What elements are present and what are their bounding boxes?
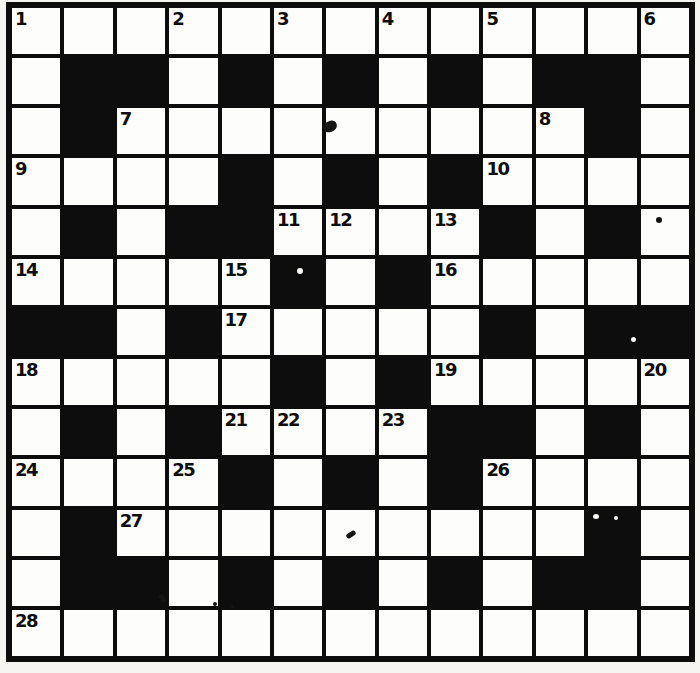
blocked-cell-r8c6: [274, 359, 322, 405]
blocked-cell-r12c9: [431, 560, 479, 606]
clue-number-24: 24: [15, 459, 37, 481]
cell-r8c1[interactable]: 18: [12, 359, 60, 405]
cell-r5c8[interactable]: [379, 209, 427, 255]
cell-r6c13[interactable]: [641, 259, 689, 305]
cell-r7c6[interactable]: [274, 309, 322, 355]
cell-r6c11[interactable]: [536, 259, 584, 305]
blocked-cell-r8c8: [379, 359, 427, 405]
cell-r13c2[interactable]: [64, 610, 112, 656]
blocked-cell-r9c4: [169, 409, 217, 455]
blocked-cell-r7c1: [12, 309, 60, 355]
blocked-cell-r7c12: [588, 309, 636, 355]
cell-r13c8[interactable]: [379, 610, 427, 656]
blocked-cell-r9c9: [431, 409, 479, 455]
clue-number-22: 22: [277, 409, 299, 431]
cell-r13c13[interactable]: [641, 610, 689, 656]
cell-r7c7[interactable]: [326, 309, 374, 355]
cell-r9c6[interactable]: 22: [274, 409, 322, 455]
clue-number-5: 5: [486, 8, 497, 30]
blocked-cell-r12c5: [222, 560, 270, 606]
cell-r8c2[interactable]: [64, 359, 112, 405]
blocked-cell-r4c5: [222, 158, 270, 204]
cell-r8c13[interactable]: 20: [641, 359, 689, 405]
cell-r11c1[interactable]: [12, 510, 60, 556]
clue-number-23: 23: [382, 409, 404, 431]
cell-r1c10[interactable]: 5: [483, 8, 531, 54]
clue-number-17: 17: [225, 309, 247, 331]
cell-r4c6[interactable]: [274, 158, 322, 204]
blocked-cell-r7c13: [641, 309, 689, 355]
cell-r12c6[interactable]: [274, 560, 322, 606]
clue-number-21: 21: [225, 409, 247, 431]
cell-r9c3[interactable]: [117, 409, 165, 455]
scanned-crossword-page: 1234567891011121314151617181920212223242…: [0, 0, 700, 673]
cell-r13c6[interactable]: [274, 610, 322, 656]
blocked-cell-r2c3: [117, 58, 165, 104]
blocked-cell-r5c5: [222, 209, 270, 255]
clue-number-12: 12: [329, 209, 351, 231]
cell-r10c11[interactable]: [536, 459, 584, 505]
clue-number-6: 6: [644, 8, 655, 30]
cell-r7c3[interactable]: [117, 309, 165, 355]
cell-r8c9[interactable]: 19: [431, 359, 479, 405]
cell-r13c10[interactable]: [483, 610, 531, 656]
cell-r7c11[interactable]: [536, 309, 584, 355]
cell-r2c8[interactable]: [379, 58, 427, 104]
cell-r10c1[interactable]: 24: [12, 459, 60, 505]
cell-r6c1[interactable]: 14: [12, 259, 60, 305]
cell-r1c6[interactable]: 3: [274, 8, 322, 54]
cell-r5c13[interactable]: [641, 209, 689, 255]
cell-r4c2[interactable]: [64, 158, 112, 204]
cell-r11c11[interactable]: [536, 510, 584, 556]
cell-r4c11[interactable]: [536, 158, 584, 204]
cell-r1c11[interactable]: [536, 8, 584, 54]
cell-r4c3[interactable]: [117, 158, 165, 204]
cell-r1c12[interactable]: [588, 8, 636, 54]
clue-number-11: 11: [277, 209, 299, 231]
cell-r6c3[interactable]: [117, 259, 165, 305]
cell-r7c9[interactable]: [431, 309, 479, 355]
blocked-cell-r12c11: [536, 560, 584, 606]
blocked-cell-r11c2: [64, 510, 112, 556]
cell-r1c8[interactable]: 4: [379, 8, 427, 54]
cell-r11c10[interactable]: [483, 510, 531, 556]
cell-r3c6[interactable]: [274, 108, 322, 154]
cell-r4c8[interactable]: [379, 158, 427, 204]
cell-r6c5[interactable]: 15: [222, 259, 270, 305]
cell-r8c11[interactable]: [536, 359, 584, 405]
blocked-cell-r9c12: [588, 409, 636, 455]
cell-r2c13[interactable]: [641, 58, 689, 104]
cell-r13c3[interactable]: [117, 610, 165, 656]
cell-r11c6[interactable]: [274, 510, 322, 556]
cell-r9c13[interactable]: [641, 409, 689, 455]
blocked-cell-r5c12: [588, 209, 636, 255]
cell-r8c3[interactable]: [117, 359, 165, 405]
cell-r8c10[interactable]: [483, 359, 531, 405]
cell-r11c9[interactable]: [431, 510, 479, 556]
cell-r4c10[interactable]: 10: [483, 158, 531, 204]
clue-number-4: 4: [382, 8, 393, 30]
blocked-cell-r10c9: [431, 459, 479, 505]
clue-number-25: 25: [172, 459, 194, 481]
cell-r1c4[interactable]: 2: [169, 8, 217, 54]
clue-number-7: 7: [120, 108, 131, 130]
cell-r1c13[interactable]: 6: [641, 8, 689, 54]
blocked-cell-r4c7: [326, 158, 374, 204]
clue-number-26: 26: [486, 459, 508, 481]
cell-r10c12[interactable]: [588, 459, 636, 505]
cell-r11c5[interactable]: [222, 510, 270, 556]
cell-r9c5[interactable]: 21: [222, 409, 270, 455]
clue-number-14: 14: [15, 259, 37, 281]
blocked-cell-r9c2: [64, 409, 112, 455]
cell-r9c11[interactable]: [536, 409, 584, 455]
blocked-cell-r12c12: [588, 560, 636, 606]
blocked-cell-r6c6: [274, 259, 322, 305]
cell-r2c1[interactable]: [12, 58, 60, 104]
cell-r6c7[interactable]: [326, 259, 374, 305]
cell-r4c12[interactable]: [588, 158, 636, 204]
cell-r12c8[interactable]: [379, 560, 427, 606]
blocked-cell-r2c12: [588, 58, 636, 104]
clue-number-15: 15: [225, 259, 247, 281]
clue-number-27: 27: [120, 510, 142, 532]
cell-r8c7[interactable]: [326, 359, 374, 405]
cell-r13c5[interactable]: [222, 610, 270, 656]
cell-r4c13[interactable]: [641, 158, 689, 204]
cell-r3c8[interactable]: [379, 108, 427, 154]
clue-number-3: 3: [277, 8, 288, 30]
cell-r3c4[interactable]: [169, 108, 217, 154]
cell-r3c9[interactable]: [431, 108, 479, 154]
cell-r5c9[interactable]: 13: [431, 209, 479, 255]
cell-r11c8[interactable]: [379, 510, 427, 556]
blocked-cell-r7c10: [483, 309, 531, 355]
cell-r12c10[interactable]: [483, 560, 531, 606]
clue-number-2: 2: [172, 8, 183, 30]
clue-number-18: 18: [15, 359, 37, 381]
cell-r1c5[interactable]: [222, 8, 270, 54]
cell-r9c8[interactable]: 23: [379, 409, 427, 455]
cell-r6c12[interactable]: [588, 259, 636, 305]
blocked-cell-r3c12: [588, 108, 636, 154]
cell-r7c5[interactable]: 17: [222, 309, 270, 355]
blocked-cell-r2c2: [64, 58, 112, 104]
cell-r11c3[interactable]: 27: [117, 510, 165, 556]
cell-r5c1[interactable]: [12, 209, 60, 255]
cell-r12c4[interactable]: [169, 560, 217, 606]
cell-r5c6[interactable]: 11: [274, 209, 322, 255]
blocked-cell-r2c7: [326, 58, 374, 104]
blocked-cell-r5c2: [64, 209, 112, 255]
blocked-cell-r12c2: [64, 560, 112, 606]
cell-r13c12[interactable]: [588, 610, 636, 656]
cell-r1c7[interactable]: [326, 8, 374, 54]
cell-r10c10[interactable]: 26: [483, 459, 531, 505]
blocked-cell-r3c2: [64, 108, 112, 154]
blocked-cell-r7c4: [169, 309, 217, 355]
cell-r10c3[interactable]: [117, 459, 165, 505]
cell-r3c3[interactable]: 7: [117, 108, 165, 154]
cell-r9c1[interactable]: [12, 409, 60, 455]
blocked-cell-r10c7: [326, 459, 374, 505]
cell-r3c13[interactable]: [641, 108, 689, 154]
clue-number-16: 16: [434, 259, 456, 281]
cell-r3c5[interactable]: [222, 108, 270, 154]
cell-r3c7[interactable]: [326, 108, 374, 154]
blocked-cell-r2c11: [536, 58, 584, 104]
cell-r11c13[interactable]: [641, 510, 689, 556]
cell-r12c13[interactable]: [641, 560, 689, 606]
cell-r11c4[interactable]: [169, 510, 217, 556]
cell-r12c1[interactable]: [12, 560, 60, 606]
clue-number-28: 28: [15, 610, 37, 632]
cell-r5c11[interactable]: [536, 209, 584, 255]
cell-r10c6[interactable]: [274, 459, 322, 505]
cell-r6c4[interactable]: [169, 259, 217, 305]
cell-r4c1[interactable]: 9: [12, 158, 60, 204]
cell-r4c4[interactable]: [169, 158, 217, 204]
blocked-cell-r2c9: [431, 58, 479, 104]
cell-r10c8[interactable]: [379, 459, 427, 505]
cell-r5c7[interactable]: 12: [326, 209, 374, 255]
cell-r7c8[interactable]: [379, 309, 427, 355]
cell-r11c7[interactable]: [326, 510, 374, 556]
clue-number-8: 8: [539, 108, 550, 130]
crossword-grid: 1234567891011121314151617181920212223242…: [6, 2, 695, 662]
cell-r6c2[interactable]: [64, 259, 112, 305]
blocked-cell-r9c10: [483, 409, 531, 455]
cell-r10c2[interactable]: [64, 459, 112, 505]
clue-number-19: 19: [434, 359, 456, 381]
blocked-cell-r11c12: [588, 510, 636, 556]
blocked-cell-r7c2: [64, 309, 112, 355]
cell-r8c5[interactable]: [222, 359, 270, 405]
cell-r6c10[interactable]: [483, 259, 531, 305]
cell-r13c9[interactable]: [431, 610, 479, 656]
blocked-cell-r5c10: [483, 209, 531, 255]
cell-r1c3[interactable]: [117, 8, 165, 54]
cell-r8c12[interactable]: [588, 359, 636, 405]
cell-r3c10[interactable]: [483, 108, 531, 154]
cell-r5c3[interactable]: [117, 209, 165, 255]
cell-r13c11[interactable]: [536, 610, 584, 656]
blocked-cell-r12c7: [326, 560, 374, 606]
cell-r13c1[interactable]: 28: [12, 610, 60, 656]
blocked-cell-r12c3: [117, 560, 165, 606]
cell-r1c1[interactable]: 1: [12, 8, 60, 54]
cell-r2c10[interactable]: [483, 58, 531, 104]
blocked-cell-r5c4: [169, 209, 217, 255]
cell-r6c9[interactable]: 16: [431, 259, 479, 305]
cell-r1c9[interactable]: [431, 8, 479, 54]
cell-r13c4[interactable]: [169, 610, 217, 656]
clue-number-9: 9: [15, 158, 26, 180]
cell-r10c13[interactable]: [641, 459, 689, 505]
clue-number-1: 1: [15, 8, 26, 30]
cell-r8c4[interactable]: [169, 359, 217, 405]
blocked-cell-r6c8: [379, 259, 427, 305]
cell-r10c4[interactable]: 25: [169, 459, 217, 505]
cell-r2c4[interactable]: [169, 58, 217, 104]
blocked-cell-r2c5: [222, 58, 270, 104]
clue-number-20: 20: [644, 359, 666, 381]
cell-r3c1[interactable]: [12, 108, 60, 154]
cell-r2c6[interactable]: [274, 58, 322, 104]
cell-r3c11[interactable]: 8: [536, 108, 584, 154]
cell-r1c2[interactable]: [64, 8, 112, 54]
blocked-cell-r4c9: [431, 158, 479, 204]
blocked-cell-r10c5: [222, 459, 270, 505]
cell-r9c7[interactable]: [326, 409, 374, 455]
cell-r13c7[interactable]: [326, 610, 374, 656]
clue-number-13: 13: [434, 209, 456, 231]
clue-number-10: 10: [486, 158, 508, 180]
